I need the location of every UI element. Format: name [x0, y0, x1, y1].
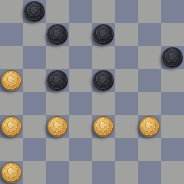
- square-25[interactable]: [23, 138, 46, 161]
- square-light-r7c7: [161, 161, 184, 184]
- square-light-r2c6: [138, 46, 161, 69]
- square-14[interactable]: [46, 69, 69, 92]
- white-man[interactable]: [139, 116, 160, 137]
- square-light-r3c1: [23, 69, 46, 92]
- black-man[interactable]: [24, 1, 45, 22]
- square-light-r0c2: [46, 0, 69, 23]
- black-man[interactable]: [47, 24, 68, 45]
- square-light-r6c2: [46, 138, 69, 161]
- square-light-r7c1: [23, 161, 46, 184]
- square-18[interactable]: [69, 92, 92, 115]
- square-light-r0c6: [138, 0, 161, 23]
- square-17[interactable]: [23, 92, 46, 115]
- square-light-r0c0: [0, 0, 23, 23]
- square-light-r1c5: [115, 23, 138, 46]
- black-man[interactable]: [47, 70, 68, 91]
- square-light-r5c7: [161, 115, 184, 138]
- square-32[interactable]: [138, 161, 161, 184]
- square-2[interactable]: [69, 0, 92, 23]
- square-10[interactable]: [69, 46, 92, 69]
- white-man[interactable]: [1, 162, 22, 183]
- square-light-r2c4: [92, 46, 115, 69]
- square-26[interactable]: [69, 138, 92, 161]
- square-31[interactable]: [92, 161, 115, 184]
- square-1[interactable]: [23, 0, 46, 23]
- square-light-r4c6: [138, 92, 161, 115]
- square-light-r7c3: [69, 161, 92, 184]
- square-30[interactable]: [46, 161, 69, 184]
- square-light-r6c0: [0, 138, 23, 161]
- square-light-r4c2: [46, 92, 69, 115]
- square-5[interactable]: [0, 23, 23, 46]
- checkers-board: [0, 0, 184, 184]
- square-15[interactable]: [92, 69, 115, 92]
- square-16[interactable]: [138, 69, 161, 92]
- square-4[interactable]: [161, 0, 184, 23]
- square-29[interactable]: [0, 161, 23, 184]
- square-light-r3c5: [115, 69, 138, 92]
- black-man[interactable]: [93, 24, 114, 45]
- white-man[interactable]: [1, 70, 22, 91]
- square-20[interactable]: [161, 92, 184, 115]
- square-light-r6c6: [138, 138, 161, 161]
- square-light-r1c3: [69, 23, 92, 46]
- square-3[interactable]: [115, 0, 138, 23]
- square-light-r5c5: [115, 115, 138, 138]
- square-23[interactable]: [92, 115, 115, 138]
- square-11[interactable]: [115, 46, 138, 69]
- square-light-r1c7: [161, 23, 184, 46]
- square-27[interactable]: [115, 138, 138, 161]
- square-9[interactable]: [23, 46, 46, 69]
- square-light-r5c1: [23, 115, 46, 138]
- square-12[interactable]: [161, 46, 184, 69]
- square-light-r3c3: [69, 69, 92, 92]
- white-man[interactable]: [93, 116, 114, 137]
- square-light-r6c4: [92, 138, 115, 161]
- square-light-r2c0: [0, 46, 23, 69]
- square-21[interactable]: [0, 115, 23, 138]
- square-28[interactable]: [161, 138, 184, 161]
- square-19[interactable]: [115, 92, 138, 115]
- white-man[interactable]: [1, 116, 22, 137]
- square-22[interactable]: [46, 115, 69, 138]
- square-24[interactable]: [138, 115, 161, 138]
- square-light-r4c0: [0, 92, 23, 115]
- square-light-r7c5: [115, 161, 138, 184]
- white-man[interactable]: [47, 116, 68, 137]
- square-8[interactable]: [138, 23, 161, 46]
- square-light-r5c3: [69, 115, 92, 138]
- square-7[interactable]: [92, 23, 115, 46]
- square-6[interactable]: [46, 23, 69, 46]
- square-13[interactable]: [0, 69, 23, 92]
- square-light-r1c1: [23, 23, 46, 46]
- black-man[interactable]: [162, 47, 183, 68]
- square-light-r4c4: [92, 92, 115, 115]
- square-light-r0c4: [92, 0, 115, 23]
- square-light-r2c2: [46, 46, 69, 69]
- square-light-r3c7: [161, 69, 184, 92]
- black-man[interactable]: [93, 70, 114, 91]
